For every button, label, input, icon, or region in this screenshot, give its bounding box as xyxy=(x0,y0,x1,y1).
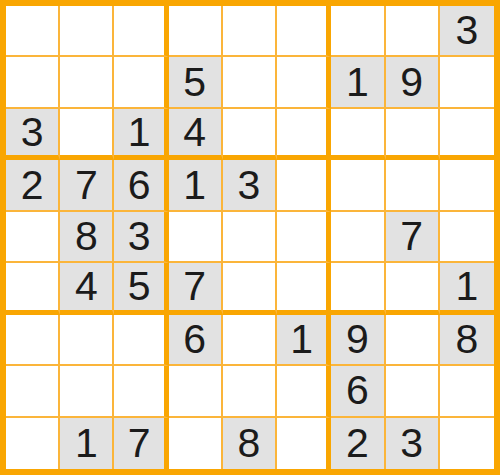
cell-r8c9[interactable] xyxy=(440,366,494,417)
cell-r6c8[interactable] xyxy=(386,263,440,314)
cell-r4c7[interactable] xyxy=(331,160,385,211)
cell-r3c6[interactable] xyxy=(277,109,331,160)
cell-r8c8[interactable] xyxy=(386,366,440,417)
cell-r6c2[interactable]: 4 xyxy=(60,263,114,314)
cell-r4c2[interactable]: 7 xyxy=(60,160,114,211)
cell-r1c6[interactable] xyxy=(277,6,331,57)
cell-r3c9[interactable] xyxy=(440,109,494,160)
cell-r5c9[interactable] xyxy=(440,212,494,263)
cell-r8c1[interactable] xyxy=(6,366,60,417)
cell-r2c9[interactable] xyxy=(440,57,494,108)
cell-r7c8[interactable] xyxy=(386,315,440,366)
cell-r6c9[interactable]: 1 xyxy=(440,263,494,314)
cell-r3c4[interactable]: 4 xyxy=(169,109,223,160)
cell-r7c4[interactable]: 6 xyxy=(169,315,223,366)
cell-r2c3[interactable] xyxy=(114,57,168,108)
cell-r2c7[interactable]: 1 xyxy=(331,57,385,108)
cell-r1c7[interactable] xyxy=(331,6,385,57)
cell-r5c2[interactable]: 8 xyxy=(60,212,114,263)
cell-r7c1[interactable] xyxy=(6,315,60,366)
cell-r6c3[interactable]: 5 xyxy=(114,263,168,314)
cell-r9c6[interactable] xyxy=(277,418,331,469)
cell-r6c5[interactable] xyxy=(223,263,277,314)
cell-r9c5[interactable]: 8 xyxy=(223,418,277,469)
cell-r8c7[interactable]: 6 xyxy=(331,366,385,417)
cell-r3c3[interactable]: 1 xyxy=(114,109,168,160)
cell-r9c3[interactable]: 7 xyxy=(114,418,168,469)
cell-r7c6[interactable]: 1 xyxy=(277,315,331,366)
sudoku-app: 35193142761383745716198617823 xyxy=(0,0,500,475)
cell-r9c7[interactable]: 2 xyxy=(331,418,385,469)
cell-r1c4[interactable] xyxy=(169,6,223,57)
cell-r1c8[interactable] xyxy=(386,6,440,57)
cell-r4c1[interactable]: 2 xyxy=(6,160,60,211)
cell-r2c2[interactable] xyxy=(60,57,114,108)
cell-r4c8[interactable] xyxy=(386,160,440,211)
cell-r1c2[interactable] xyxy=(60,6,114,57)
cell-r8c5[interactable] xyxy=(223,366,277,417)
sudoku-board: 35193142761383745716198617823 xyxy=(0,0,500,475)
cell-r9c8[interactable]: 3 xyxy=(386,418,440,469)
cell-r2c8[interactable]: 9 xyxy=(386,57,440,108)
cell-r7c9[interactable]: 8 xyxy=(440,315,494,366)
cell-r6c1[interactable] xyxy=(6,263,60,314)
cell-r5c1[interactable] xyxy=(6,212,60,263)
cell-r9c1[interactable] xyxy=(6,418,60,469)
cell-r1c5[interactable] xyxy=(223,6,277,57)
cell-r4c4[interactable]: 1 xyxy=(169,160,223,211)
cell-r7c2[interactable] xyxy=(60,315,114,366)
cell-r5c5[interactable] xyxy=(223,212,277,263)
cell-r2c1[interactable] xyxy=(6,57,60,108)
cell-r3c1[interactable]: 3 xyxy=(6,109,60,160)
cell-r3c8[interactable] xyxy=(386,109,440,160)
cell-r5c6[interactable] xyxy=(277,212,331,263)
cell-r3c2[interactable] xyxy=(60,109,114,160)
cell-r5c4[interactable] xyxy=(169,212,223,263)
cell-r9c2[interactable]: 1 xyxy=(60,418,114,469)
cell-r9c9[interactable] xyxy=(440,418,494,469)
cell-r7c5[interactable] xyxy=(223,315,277,366)
cell-r1c9[interactable]: 3 xyxy=(440,6,494,57)
cell-r1c1[interactable] xyxy=(6,6,60,57)
cell-r2c5[interactable] xyxy=(223,57,277,108)
cell-r7c3[interactable] xyxy=(114,315,168,366)
cell-r4c5[interactable]: 3 xyxy=(223,160,277,211)
cell-r5c3[interactable]: 3 xyxy=(114,212,168,263)
cell-r7c7[interactable]: 9 xyxy=(331,315,385,366)
cell-r8c4[interactable] xyxy=(169,366,223,417)
cell-r1c3[interactable] xyxy=(114,6,168,57)
cell-r4c6[interactable] xyxy=(277,160,331,211)
cell-r3c5[interactable] xyxy=(223,109,277,160)
cell-r6c7[interactable] xyxy=(331,263,385,314)
cell-r3c7[interactable] xyxy=(331,109,385,160)
cell-r5c7[interactable] xyxy=(331,212,385,263)
cell-r8c6[interactable] xyxy=(277,366,331,417)
cell-r9c4[interactable] xyxy=(169,418,223,469)
cell-r4c9[interactable] xyxy=(440,160,494,211)
cell-r2c6[interactable] xyxy=(277,57,331,108)
cell-r4c3[interactable]: 6 xyxy=(114,160,168,211)
cell-r2c4[interactable]: 5 xyxy=(169,57,223,108)
cell-r5c8[interactable]: 7 xyxy=(386,212,440,263)
cell-r8c2[interactable] xyxy=(60,366,114,417)
cell-r6c6[interactable] xyxy=(277,263,331,314)
cell-r6c4[interactable]: 7 xyxy=(169,263,223,314)
cell-r8c3[interactable] xyxy=(114,366,168,417)
